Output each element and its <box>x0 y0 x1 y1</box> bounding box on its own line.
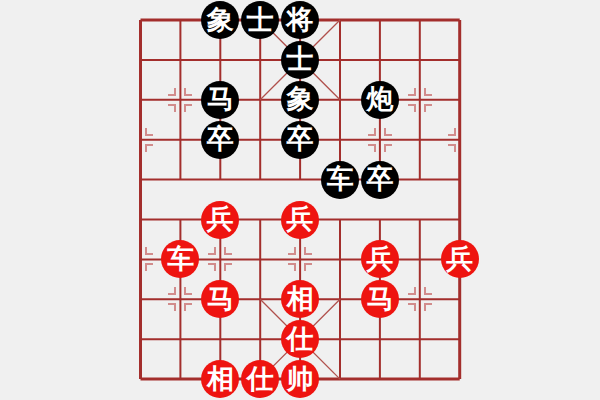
piece-red-soldier[interactable]: 兵 <box>281 201 319 239</box>
piece-black-soldier[interactable]: 卒 <box>201 121 239 159</box>
xiangqi-board-screen: 象士将士马象炮卒卒车卒兵兵车兵兵马相马仕相仕帅 <box>0 0 600 400</box>
piece-red-advisor[interactable]: 仕 <box>281 320 319 358</box>
piece-red-soldier[interactable]: 兵 <box>361 240 399 278</box>
piece-red-horse[interactable]: 马 <box>201 280 239 318</box>
piece-black-elephant[interactable]: 象 <box>201 1 239 39</box>
piece-black-horse[interactable]: 马 <box>201 81 239 119</box>
piece-black-advisor[interactable]: 士 <box>241 1 279 39</box>
piece-black-soldier[interactable]: 卒 <box>281 121 319 159</box>
piece-red-elephant[interactable]: 相 <box>281 280 319 318</box>
piece-black-soldier[interactable]: 卒 <box>361 161 399 199</box>
piece-black-general[interactable]: 将 <box>281 1 319 39</box>
piece-red-soldier[interactable]: 兵 <box>201 201 239 239</box>
piece-red-general[interactable]: 帅 <box>281 360 319 398</box>
piece-red-soldier[interactable]: 兵 <box>441 240 479 278</box>
piece-black-advisor[interactable]: 士 <box>281 41 319 79</box>
piece-red-advisor[interactable]: 仕 <box>241 360 279 398</box>
piece-red-chariot[interactable]: 车 <box>161 240 199 278</box>
piece-black-chariot[interactable]: 车 <box>321 161 359 199</box>
piece-black-elephant[interactable]: 象 <box>281 81 319 119</box>
piece-black-cannon[interactable]: 炮 <box>361 81 399 119</box>
pieces-layer: 象士将士马象炮卒卒车卒兵兵车兵兵马相马仕相仕帅 <box>0 0 600 400</box>
piece-red-elephant[interactable]: 相 <box>201 360 239 398</box>
piece-red-horse[interactable]: 马 <box>361 280 399 318</box>
